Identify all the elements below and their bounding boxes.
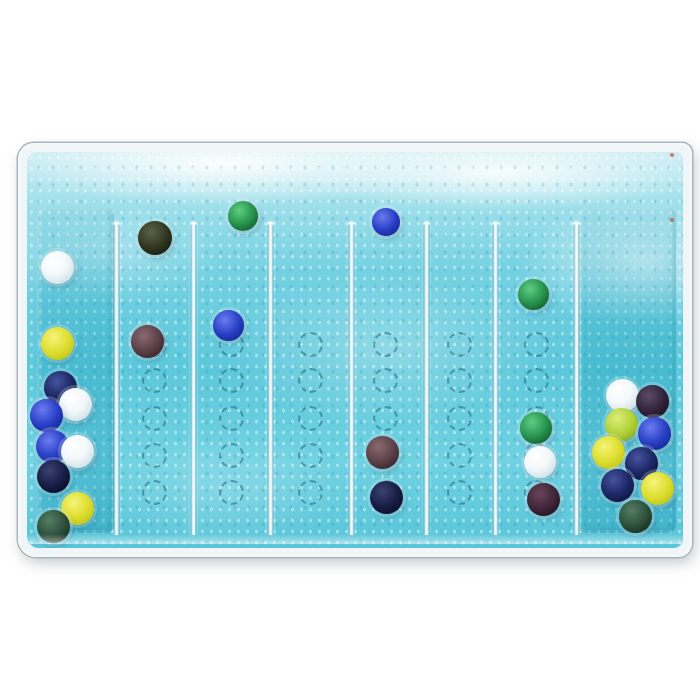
- slot-ring-col2-row2: [219, 368, 244, 393]
- slot-ring-col4-row3: [373, 406, 398, 431]
- slot-ring-col2-row5: [219, 480, 244, 505]
- marble-white-left-tray[interactable]: [59, 388, 92, 421]
- slot-ring-col4-row1: [373, 332, 398, 357]
- marble-black-navy-column-4-row-5[interactable]: [370, 481, 403, 514]
- marble-dark-brown-column-1-row-1[interactable]: [131, 325, 164, 358]
- slot-ring-col5-row2: [447, 368, 472, 393]
- marble-yellow-right-tray[interactable]: [592, 436, 625, 469]
- marble-yellow-left-tray[interactable]: [41, 327, 74, 360]
- slot-ring-col5-row3: [447, 406, 472, 431]
- slot-ring-col2-row4: [219, 443, 244, 468]
- marble-dark-brown-column-4-row-4[interactable]: [366, 436, 399, 469]
- marble-cobalt-blue-right-tray[interactable]: [638, 417, 671, 450]
- glass-divider-6: [492, 222, 499, 535]
- marble-white-right-tray[interactable]: [606, 379, 639, 412]
- marble-white-column-6-row-4[interactable]: [524, 446, 556, 478]
- slot-ring-col1-row4: [142, 443, 167, 468]
- slot-ring-col1-row3: [142, 406, 167, 431]
- marble-white-left-tray[interactable]: [41, 251, 74, 284]
- marble-yellow-right-tray[interactable]: [641, 472, 674, 505]
- glass-divider-7: [573, 222, 580, 535]
- slot-ring-col5-row4: [447, 443, 472, 468]
- marble-cobalt-blue-column-4[interactable]: [372, 208, 400, 236]
- marble-black-plum-right-tray[interactable]: [636, 385, 669, 418]
- photo-stage: [0, 0, 700, 700]
- marble-black-olive-column-1[interactable]: [138, 221, 172, 255]
- slot-ring-col4-row2: [373, 368, 398, 393]
- board-glass-surface: [27, 152, 683, 548]
- slot-ring-col3-row1: [298, 332, 323, 357]
- marble-dark-plum-column-6-row-5[interactable]: [527, 483, 560, 516]
- marble-black-navy-left-tray[interactable]: [37, 460, 70, 493]
- marble-dark-green-left-tray[interactable]: [37, 510, 70, 543]
- marble-green-column-2[interactable]: [228, 201, 258, 231]
- glass-divider-2: [190, 222, 197, 535]
- glass-divider-4: [348, 222, 355, 535]
- slot-ring-col6-row1: [524, 332, 549, 357]
- slot-ring-col5-row5: [447, 480, 472, 505]
- marble-white-left-tray[interactable]: [61, 435, 94, 468]
- slot-ring-col6-row2: [524, 368, 549, 393]
- slot-ring-col3-row4: [298, 443, 323, 468]
- slot-ring-col5-row1: [447, 332, 472, 357]
- marble-cobalt-blue-column-2[interactable]: [213, 310, 244, 341]
- slot-ring-col2-row3: [219, 406, 244, 431]
- marble-green-column-6-row-3[interactable]: [520, 412, 552, 444]
- marble-dark-green-right-tray[interactable]: [619, 500, 652, 533]
- glass-divider-1: [113, 222, 120, 535]
- game-board: [18, 143, 692, 557]
- glass-speck-1: [670, 153, 674, 157]
- slot-ring-col1-row5: [142, 480, 167, 505]
- glass-divider-5: [423, 222, 430, 535]
- glass-divider-3: [267, 222, 274, 535]
- marble-cobalt-blue-left-tray[interactable]: [30, 399, 63, 432]
- marble-green-column-6[interactable]: [518, 279, 549, 310]
- slot-ring-col3-row3: [298, 406, 323, 431]
- marble-dark-navy-right-tray[interactable]: [601, 469, 634, 502]
- slot-ring-col3-row5: [298, 480, 323, 505]
- slot-ring-col3-row2: [298, 368, 323, 393]
- slot-ring-col1-row2: [142, 368, 167, 393]
- glass-speck-2: [670, 218, 674, 222]
